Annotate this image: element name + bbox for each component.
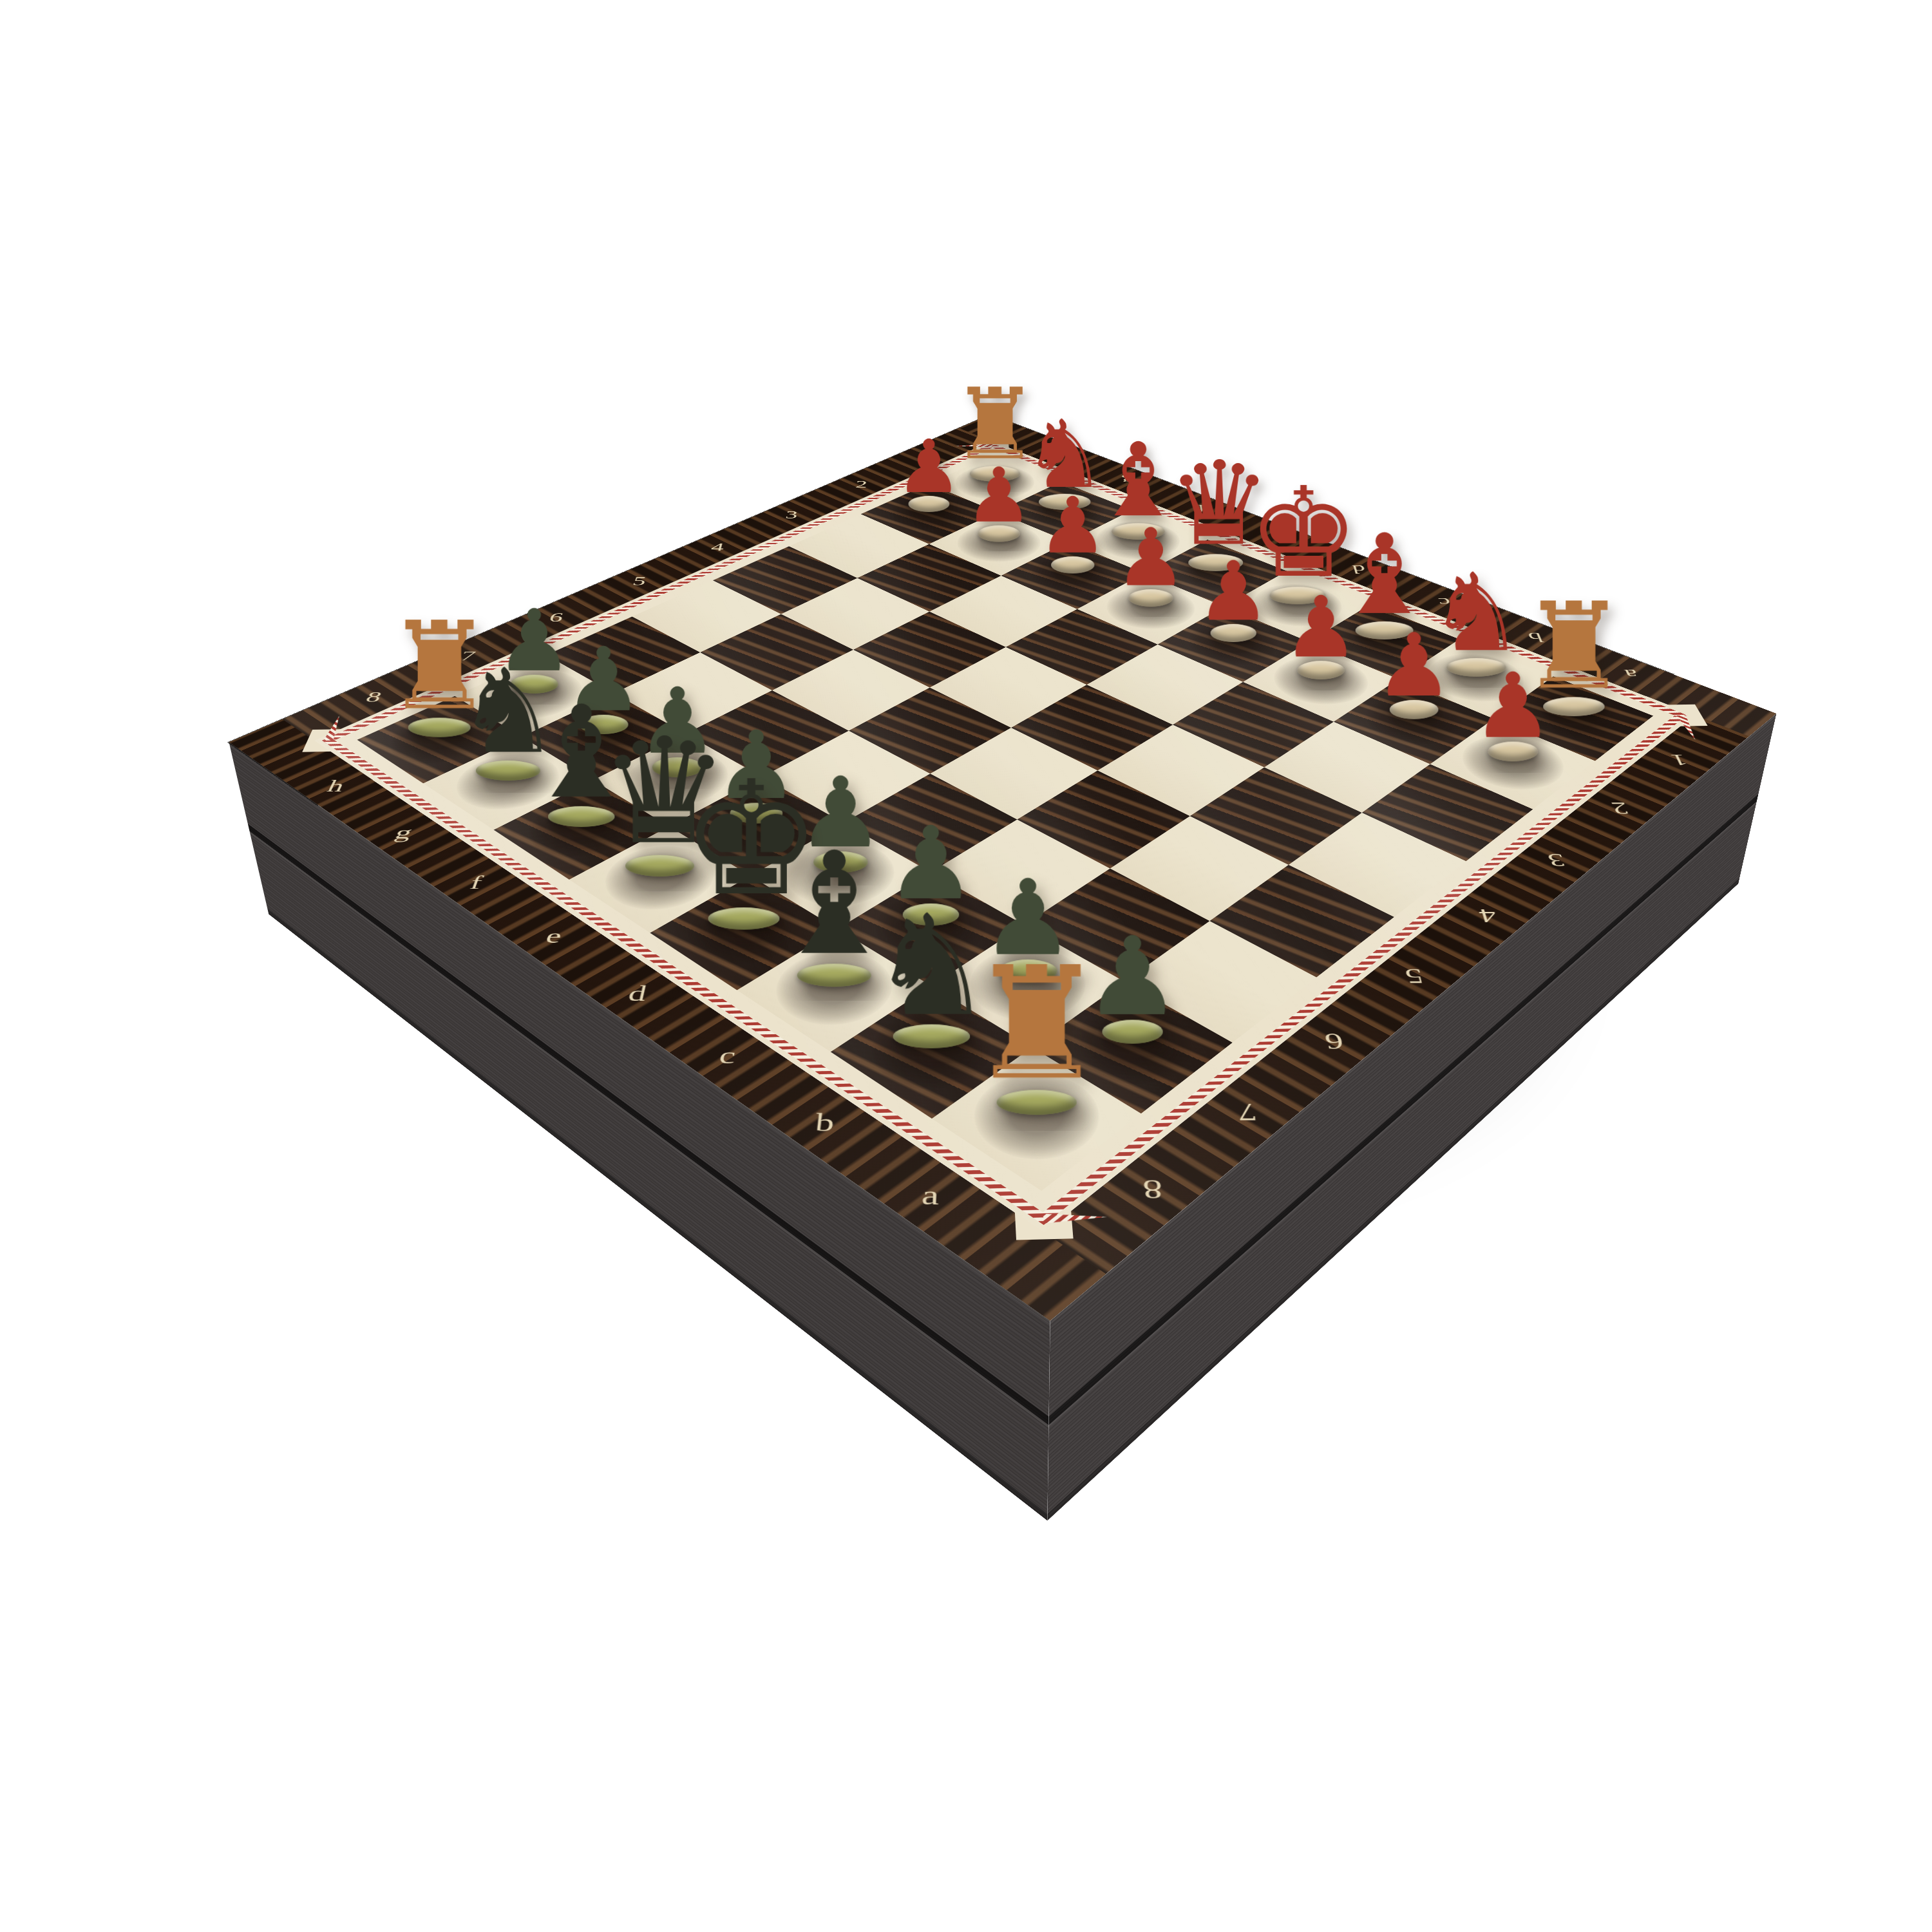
label-file-a-lower-left: a: [902, 1175, 959, 1215]
product-photo-scene: 8877665544332211hhggffeeddccbbaa♜♟♞♟♝♟♛♟…: [464, 180, 1558, 1275]
piece-white-pawn-b2[interactable]: ♟: [1359, 613, 1468, 719]
black-piece-base: [797, 963, 871, 987]
black-piece-base: [997, 1090, 1077, 1115]
piece-white-pawn-c2[interactable]: ♟: [1268, 576, 1374, 679]
piece-white-pawn-a2[interactable]: ♟: [1457, 652, 1569, 761]
white-piece-base: [909, 496, 950, 512]
white-piece-base: [1488, 742, 1538, 762]
white-pawn-icon: ♟: [1457, 661, 1569, 751]
white-pawn-icon: ♟: [1359, 622, 1468, 709]
label-rank-7-lower-right: 7: [1218, 1094, 1276, 1130]
white-piece-base: [1298, 661, 1345, 679]
white-piece-base: [1128, 589, 1173, 607]
white-piece-base: [978, 526, 1019, 542]
black-piece-base: [1102, 1020, 1162, 1044]
white-piece-base: [1390, 700, 1439, 719]
black-rook-icon: ♜: [966, 947, 1108, 1101]
white-pawn-icon: ♟: [1268, 585, 1374, 669]
piece-black-rook-a8[interactable]: ♜: [966, 935, 1108, 1115]
chess-box: 8877665544332211hhggffeeddccbbaa♜♟♞♟♝♟♛♟…: [229, 415, 1777, 1321]
label-rank-8-lower-right: 8: [1124, 1170, 1182, 1210]
white-piece-base: [1051, 556, 1094, 574]
white-piece-base: [1211, 624, 1256, 642]
label-rank-6-lower-right: 6: [1306, 1025, 1363, 1058]
label-file-e-lower-left: e: [526, 922, 582, 951]
label-rank-3-upper-left: 3: [773, 507, 810, 522]
black-piece-base: [893, 1025, 970, 1048]
